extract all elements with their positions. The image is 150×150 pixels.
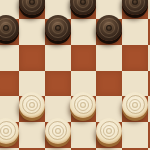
board-square-dark[interactable] (96, 122, 122, 148)
board-square-dark[interactable] (71, 45, 97, 71)
board-square-dark[interactable] (0, 19, 19, 45)
board-square-dark[interactable] (19, 0, 45, 19)
piece-ring (29, 102, 35, 108)
piece-ring (3, 128, 9, 134)
board-square-dark[interactable] (0, 71, 19, 97)
piece-ring (106, 128, 112, 134)
board-square-light (71, 19, 97, 45)
light-piece[interactable] (122, 92, 148, 118)
board-square-dark[interactable] (19, 45, 45, 71)
board-square-dark[interactable] (148, 71, 150, 97)
board-square-light (45, 148, 71, 150)
board-square-light (45, 45, 71, 71)
dark-piece[interactable] (70, 0, 96, 15)
board-square-dark[interactable] (71, 0, 97, 19)
light-piece[interactable] (0, 118, 19, 144)
board-square-light (0, 148, 19, 150)
board-square-dark[interactable] (71, 148, 97, 150)
board-square-dark[interactable] (96, 19, 122, 45)
board-square-dark[interactable] (148, 19, 150, 45)
piece-ring (132, 102, 138, 108)
dark-piece[interactable] (122, 0, 148, 15)
board-square-dark[interactable] (45, 19, 71, 45)
board-square-light (122, 19, 148, 45)
board-square-light (71, 122, 97, 148)
board-square-dark[interactable] (45, 71, 71, 97)
board-square-light (122, 122, 148, 148)
piece-ring (106, 25, 112, 31)
piece-ring (55, 25, 61, 31)
board-square-light (148, 0, 150, 19)
board-square-light (19, 19, 45, 45)
board-square-light (148, 45, 150, 71)
board-square-dark[interactable] (71, 96, 97, 122)
board-square-dark[interactable] (19, 96, 45, 122)
board-square-dark[interactable] (45, 122, 71, 148)
board-viewport (0, 0, 150, 150)
board-square-light (96, 45, 122, 71)
board (0, 0, 150, 150)
dark-piece[interactable] (19, 0, 45, 15)
board-square-light (0, 45, 19, 71)
piece-ring (29, 0, 35, 5)
dark-piece[interactable] (45, 15, 71, 41)
board-square-light (96, 148, 122, 150)
light-piece[interactable] (19, 92, 45, 118)
piece-ring (3, 25, 9, 31)
light-piece[interactable] (96, 118, 122, 144)
light-piece[interactable] (70, 92, 96, 118)
board-square-dark[interactable] (122, 45, 148, 71)
piece-ring (132, 0, 138, 5)
board-square-dark[interactable] (148, 122, 150, 148)
light-piece[interactable] (45, 118, 71, 144)
board-square-light (148, 148, 150, 150)
dark-piece[interactable] (96, 15, 122, 41)
piece-ring (55, 128, 61, 134)
board-square-light (148, 96, 150, 122)
board-square-dark[interactable] (0, 122, 19, 148)
board-square-dark[interactable] (19, 148, 45, 150)
board-square-light (19, 122, 45, 148)
board-square-dark[interactable] (122, 96, 148, 122)
dark-piece[interactable] (0, 15, 19, 41)
board-square-dark[interactable] (122, 148, 148, 150)
board-square-dark[interactable] (96, 71, 122, 97)
board-square-dark[interactable] (122, 0, 148, 19)
